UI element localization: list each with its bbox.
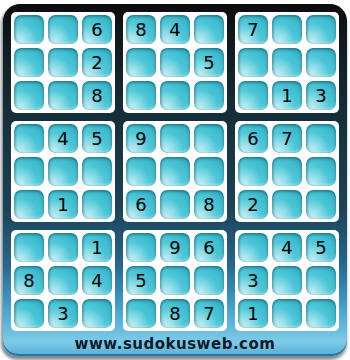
cell-r8c5[interactable] xyxy=(160,266,190,295)
box-3-1: 1843 xyxy=(11,230,115,331)
cell-r2c4[interactable] xyxy=(126,48,156,77)
cell-r2c7[interactable] xyxy=(238,48,268,77)
cell-r8c8[interactable] xyxy=(272,266,302,295)
cell-r5c6[interactable] xyxy=(194,157,224,186)
cell-r9c6[interactable]: 7 xyxy=(194,299,224,328)
cell-r3c3[interactable]: 8 xyxy=(82,81,112,110)
box-2-1: 451 xyxy=(11,121,115,222)
cell-r6c9[interactable] xyxy=(306,190,336,219)
cell-r5c9[interactable] xyxy=(306,157,336,186)
cell-r5c3[interactable] xyxy=(82,157,112,186)
box-3-3: 4531 xyxy=(235,230,339,331)
cell-r1c8[interactable] xyxy=(272,15,302,44)
cell-r5c8[interactable] xyxy=(272,157,302,186)
cell-r1c7[interactable]: 7 xyxy=(238,15,268,44)
cell-r7c6[interactable]: 6 xyxy=(194,233,224,262)
cell-r7c3[interactable]: 1 xyxy=(82,233,112,262)
cell-r5c5[interactable] xyxy=(160,157,190,186)
cell-r1c3[interactable]: 6 xyxy=(82,15,112,44)
cell-r4c2[interactable]: 4 xyxy=(48,124,78,153)
cell-r5c1[interactable] xyxy=(14,157,44,186)
cell-r7c5[interactable]: 9 xyxy=(160,233,190,262)
box-1-1: 628 xyxy=(11,12,115,113)
box-1-2: 845 xyxy=(123,12,227,113)
cell-r3c4[interactable] xyxy=(126,81,156,110)
cell-r4c4[interactable]: 9 xyxy=(126,124,156,153)
cell-r9c9[interactable] xyxy=(306,299,336,328)
cell-r1c4[interactable]: 8 xyxy=(126,15,156,44)
sudoku-grid: 6288457134519686721843965874531 xyxy=(11,12,339,331)
cell-r8c6[interactable] xyxy=(194,266,224,295)
cell-r4c1[interactable] xyxy=(14,124,44,153)
cell-r7c4[interactable] xyxy=(126,233,156,262)
footer-bar: www.sudokusweb.com xyxy=(11,331,339,356)
cell-r4c7[interactable]: 6 xyxy=(238,124,268,153)
cell-r3c1[interactable] xyxy=(14,81,44,110)
cell-r8c2[interactable] xyxy=(48,266,78,295)
cell-r6c7[interactable]: 2 xyxy=(238,190,268,219)
cell-r8c3[interactable]: 4 xyxy=(82,266,112,295)
cell-r7c8[interactable]: 4 xyxy=(272,233,302,262)
cell-r1c1[interactable] xyxy=(14,15,44,44)
box-1-3: 713 xyxy=(235,12,339,113)
cell-r6c2[interactable]: 1 xyxy=(48,190,78,219)
cell-r9c1[interactable] xyxy=(14,299,44,328)
cell-r3c6[interactable] xyxy=(194,81,224,110)
cell-r6c1[interactable] xyxy=(14,190,44,219)
cell-r3c2[interactable] xyxy=(48,81,78,110)
cell-r7c1[interactable] xyxy=(14,233,44,262)
cell-r4c5[interactable] xyxy=(160,124,190,153)
cell-r1c6[interactable] xyxy=(194,15,224,44)
cell-r3c7[interactable] xyxy=(238,81,268,110)
cell-r8c7[interactable]: 3 xyxy=(238,266,268,295)
cell-r8c4[interactable]: 5 xyxy=(126,266,156,295)
cell-r4c8[interactable]: 7 xyxy=(272,124,302,153)
cell-r6c4[interactable]: 6 xyxy=(126,190,156,219)
cell-r8c1[interactable]: 8 xyxy=(14,266,44,295)
box-2-2: 968 xyxy=(123,121,227,222)
cell-r5c7[interactable] xyxy=(238,157,268,186)
cell-r1c9[interactable] xyxy=(306,15,336,44)
cell-r6c5[interactable] xyxy=(160,190,190,219)
cell-r8c9[interactable] xyxy=(306,266,336,295)
cell-r9c7[interactable]: 1 xyxy=(238,299,268,328)
cell-r4c6[interactable] xyxy=(194,124,224,153)
cell-r9c4[interactable] xyxy=(126,299,156,328)
cell-r2c8[interactable] xyxy=(272,48,302,77)
cell-r9c5[interactable]: 8 xyxy=(160,299,190,328)
cell-r2c1[interactable] xyxy=(14,48,44,77)
cell-r7c9[interactable]: 5 xyxy=(306,233,336,262)
cell-r9c8[interactable] xyxy=(272,299,302,328)
cell-r9c2[interactable]: 3 xyxy=(48,299,78,328)
site-url: www.sudokusweb.com xyxy=(75,335,276,353)
cell-r2c6[interactable]: 5 xyxy=(194,48,224,77)
cell-r6c8[interactable] xyxy=(272,190,302,219)
cell-r7c2[interactable] xyxy=(48,233,78,262)
cell-r3c8[interactable]: 1 xyxy=(272,81,302,110)
cell-r7c7[interactable] xyxy=(238,233,268,262)
cell-r9c3[interactable] xyxy=(82,299,112,328)
cell-r6c3[interactable] xyxy=(82,190,112,219)
cell-r6c6[interactable]: 8 xyxy=(194,190,224,219)
box-3-2: 96587 xyxy=(123,230,227,331)
cell-r3c5[interactable] xyxy=(160,81,190,110)
cell-r4c9[interactable] xyxy=(306,124,336,153)
cell-r2c5[interactable] xyxy=(160,48,190,77)
cell-r4c3[interactable]: 5 xyxy=(82,124,112,153)
cell-r2c9[interactable] xyxy=(306,48,336,77)
cell-r5c2[interactable] xyxy=(48,157,78,186)
cell-r3c9[interactable]: 3 xyxy=(306,81,336,110)
cell-r2c2[interactable] xyxy=(48,48,78,77)
cell-r5c4[interactable] xyxy=(126,157,156,186)
cell-r1c5[interactable]: 4 xyxy=(160,15,190,44)
cell-r2c3[interactable]: 2 xyxy=(82,48,112,77)
sudoku-board: 6288457134519686721843965874531 www.sudo… xyxy=(3,4,347,356)
box-2-3: 672 xyxy=(235,121,339,222)
cell-r1c2[interactable] xyxy=(48,15,78,44)
